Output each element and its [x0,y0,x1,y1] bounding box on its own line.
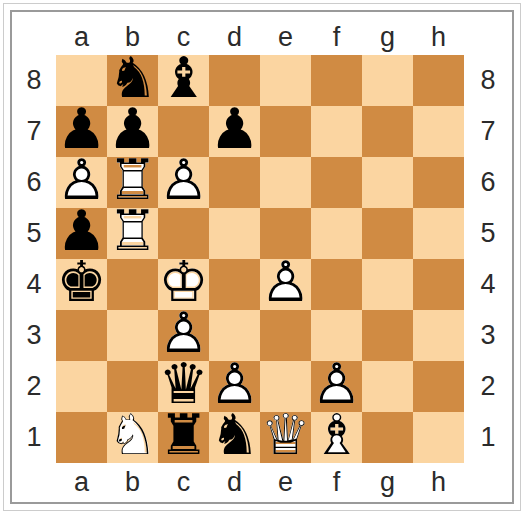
square-g2[interactable] [362,361,413,412]
square-g1[interactable] [362,412,413,463]
rank-label-8: 8 [464,67,512,94]
file-label-e: e [260,24,311,51]
rank-label-4: 4 [464,271,512,298]
rank-label-1: 1 [12,424,56,451]
corner-bottom-left [12,463,56,502]
corner-top-left [12,12,56,55]
rank-labels-right: 87654321 [464,55,512,463]
square-h7[interactable] [413,106,464,157]
corner-bottom-right [464,463,512,502]
square-e7[interactable] [260,106,311,157]
square-d5[interactable] [209,208,260,259]
square-d6[interactable] [209,157,260,208]
black-rook-c1[interactable]: ♜ [158,412,209,463]
file-labels-bottom: abcdefgh [56,463,464,502]
file-label-a: a [56,469,107,496]
file-label-h: h [413,24,464,51]
file-label-a: a [56,24,107,51]
black-pawn-d7[interactable]: ♟ [209,106,260,157]
file-label-e: e [260,469,311,496]
rank-label-8: 8 [12,67,56,94]
square-f8[interactable] [311,55,362,106]
square-f6[interactable] [311,157,362,208]
piece-outline-layer: ♕ [260,412,311,463]
file-label-h: h [413,469,464,496]
square-h3[interactable] [413,310,464,361]
rank-label-7: 7 [12,118,56,145]
white-rook-b5[interactable]: ♜♖ [107,208,158,259]
square-a2[interactable] [56,361,107,412]
square-b3[interactable] [107,310,158,361]
rank-label-6: 6 [464,169,512,196]
black-knight-d1[interactable]: ♞ [209,412,260,463]
square-b5[interactable]: ♜♖ [107,208,158,259]
piece-outline-layer: ♘ [107,412,158,463]
square-c1[interactable]: ♜ [158,412,209,463]
square-h6[interactable] [413,157,464,208]
file-label-d: d [209,469,260,496]
square-d4[interactable] [209,259,260,310]
file-label-g: g [362,469,413,496]
square-a1[interactable] [56,412,107,463]
rank-label-3: 3 [464,322,512,349]
board-panel: abcdefgh 87654321 ♞♝♟♟♟♟♙♜♖♟♙♟♜♖♚♚♔♟♙♟♙♛… [10,10,514,504]
white-knight-b1[interactable]: ♞♘ [107,412,158,463]
square-c6[interactable]: ♟♙ [158,157,209,208]
piece-glyph: ♜ [158,412,209,463]
board-layout: abcdefgh 87654321 ♞♝♟♟♟♟♙♜♖♟♙♟♜♖♚♚♔♟♙♟♙♛… [12,12,512,502]
rank-label-7: 7 [464,118,512,145]
square-d1[interactable]: ♞ [209,412,260,463]
square-f5[interactable] [311,208,362,259]
square-b4[interactable] [107,259,158,310]
piece-glyph: ♞ [209,412,260,463]
rank-label-5: 5 [464,220,512,247]
file-label-f: f [311,469,362,496]
square-f1[interactable]: ♝♗ [311,412,362,463]
file-label-g: g [362,24,413,51]
white-pawn-c6[interactable]: ♟♙ [158,157,209,208]
square-h8[interactable] [413,55,464,106]
rank-label-5: 5 [12,220,56,247]
chess-diagram-page: abcdefgh 87654321 ♞♝♟♟♟♟♙♜♖♟♙♟♜♖♚♚♔♟♙♟♙♛… [0,0,524,514]
square-h2[interactable] [413,361,464,412]
square-h5[interactable] [413,208,464,259]
square-d7[interactable]: ♟ [209,106,260,157]
square-h1[interactable] [413,412,464,463]
file-label-b: b [107,469,158,496]
square-f7[interactable] [311,106,362,157]
piece-outline-layer: ♙ [260,259,311,310]
rank-label-2: 2 [464,373,512,400]
corner-top-right [464,12,512,55]
rank-label-1: 1 [464,424,512,451]
piece-glyph: ♚ [56,259,107,310]
file-label-c: c [158,469,209,496]
rank-label-4: 4 [12,271,56,298]
file-label-d: d [209,24,260,51]
piece-outline-layer: ♗ [311,412,362,463]
square-h4[interactable] [413,259,464,310]
rank-labels-left: 87654321 [12,55,56,463]
square-g7[interactable] [362,106,413,157]
piece-outline-layer: ♖ [107,208,158,259]
black-bishop-c8[interactable]: ♝ [158,55,209,106]
square-a4[interactable]: ♚ [56,259,107,310]
square-b1[interactable]: ♞♘ [107,412,158,463]
square-g3[interactable] [362,310,413,361]
square-g4[interactable] [362,259,413,310]
white-bishop-f1[interactable]: ♝♗ [311,412,362,463]
piece-outline-layer: ♙ [158,157,209,208]
square-e3[interactable] [260,310,311,361]
piece-glyph: ♝ [158,55,209,106]
square-c8[interactable]: ♝ [158,55,209,106]
square-g8[interactable] [362,55,413,106]
file-label-f: f [311,24,362,51]
square-g5[interactable] [362,208,413,259]
black-king-a4[interactable]: ♚ [56,259,107,310]
square-e4[interactable]: ♟♙ [260,259,311,310]
square-a3[interactable] [56,310,107,361]
white-pawn-e4[interactable]: ♟♙ [260,259,311,310]
rank-label-6: 6 [12,169,56,196]
piece-glyph: ♟ [209,106,260,157]
rank-label-2: 2 [12,373,56,400]
board: ♞♝♟♟♟♟♙♜♖♟♙♟♜♖♚♚♔♟♙♟♙♛♟♙♟♙♞♘♜♞♛♕♝♗ [56,55,464,463]
rank-label-3: 3 [12,322,56,349]
square-g6[interactable] [362,157,413,208]
square-f4[interactable] [311,259,362,310]
square-e8[interactable] [260,55,311,106]
square-e6[interactable] [260,157,311,208]
square-e1[interactable]: ♛♕ [260,412,311,463]
white-queen-e1[interactable]: ♛♕ [260,412,311,463]
